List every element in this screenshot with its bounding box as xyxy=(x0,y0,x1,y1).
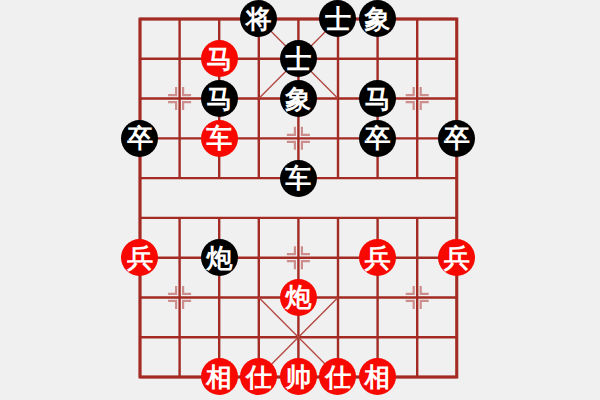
piece-red-elephant[interactable]: 相 xyxy=(201,358,238,395)
piece-black-advisor[interactable]: 士 xyxy=(319,0,356,37)
piece-red-soldier[interactable]: 兵 xyxy=(121,239,158,276)
piece-red-elephant[interactable]: 相 xyxy=(359,358,396,395)
piece-black-elephant[interactable]: 象 xyxy=(280,80,317,117)
xiangqi-app: 将士象马士马象马卒车卒卒车兵炮兵兵炮相仕帅仕相 xyxy=(0,0,600,400)
piece-red-advisor[interactable]: 仕 xyxy=(319,358,356,395)
piece-black-horse[interactable]: 马 xyxy=(201,80,238,117)
piece-black-cannon[interactable]: 炮 xyxy=(201,239,238,276)
piece-red-horse[interactable]: 马 xyxy=(201,40,238,77)
piece-red-cannon[interactable]: 炮 xyxy=(280,279,317,316)
piece-black-elephant[interactable]: 象 xyxy=(359,0,396,37)
piece-black-horse[interactable]: 马 xyxy=(359,80,396,117)
piece-red-soldier[interactable]: 兵 xyxy=(438,239,475,276)
piece-black-advisor[interactable]: 士 xyxy=(280,40,317,77)
pieces-layer: 将士象马士马象马卒车卒卒车兵炮兵兵炮相仕帅仕相 xyxy=(120,0,476,397)
piece-black-chariot[interactable]: 车 xyxy=(280,160,317,197)
piece-red-chariot[interactable]: 车 xyxy=(201,120,238,157)
piece-black-soldier[interactable]: 卒 xyxy=(438,120,475,157)
piece-red-advisor[interactable]: 仕 xyxy=(240,358,277,395)
piece-red-general[interactable]: 帅 xyxy=(280,358,317,395)
piece-black-soldier[interactable]: 卒 xyxy=(359,120,396,157)
xiangqi-board: 将士象马士马象马卒车卒卒车兵炮兵兵炮相仕帅仕相 xyxy=(0,0,600,400)
piece-red-soldier[interactable]: 兵 xyxy=(359,239,396,276)
piece-black-general[interactable]: 将 xyxy=(240,0,277,37)
piece-black-soldier[interactable]: 卒 xyxy=(121,120,158,157)
